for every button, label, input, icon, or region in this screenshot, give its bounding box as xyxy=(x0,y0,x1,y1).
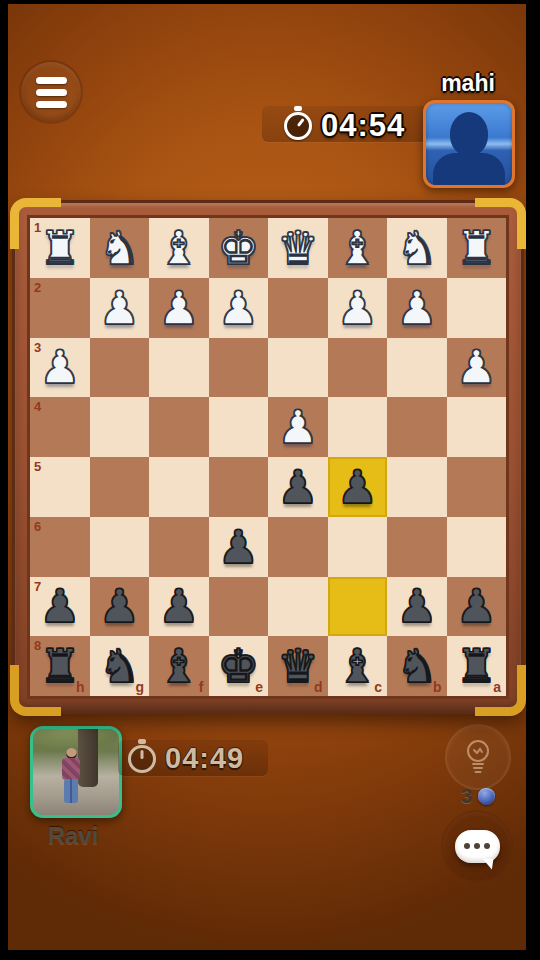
piece-g2-wp[interactable]: ♟ xyxy=(90,278,150,338)
square-a5[interactable] xyxy=(447,457,507,517)
chat-icon xyxy=(455,830,500,863)
square-e1[interactable]: ♚ xyxy=(209,218,269,278)
stopwatch-icon xyxy=(284,112,312,140)
square-a3[interactable]: ♟ xyxy=(447,338,507,398)
piece-a3-wp[interactable]: ♟ xyxy=(447,338,507,398)
piece-e2-wp[interactable]: ♟ xyxy=(209,278,269,338)
piece-d4-wp[interactable]: ♟ xyxy=(268,397,328,457)
piece-e1-wk[interactable]: ♚ xyxy=(209,218,269,278)
rank-label: 4 xyxy=(34,399,41,414)
chat-button[interactable] xyxy=(443,812,511,880)
square-e5[interactable] xyxy=(209,457,269,517)
square-g2[interactable]: ♟ xyxy=(90,278,150,338)
player-name: Ravi xyxy=(17,822,129,850)
piece-a7-bp[interactable]: ♟ xyxy=(447,577,507,637)
piece-c8-bb[interactable]: ♝ xyxy=(328,636,388,696)
square-b1[interactable]: ♞ xyxy=(387,218,447,278)
square-c3[interactable] xyxy=(328,338,388,398)
opponent-avatar[interactable] xyxy=(423,100,515,188)
square-d6[interactable] xyxy=(268,517,328,577)
square-d1[interactable]: ♛ xyxy=(268,218,328,278)
lightbulb-icon xyxy=(460,737,496,777)
rank-label: 6 xyxy=(34,519,41,534)
piece-d5-bp[interactable]: ♟ xyxy=(268,457,328,517)
square-c8[interactable]: c♝ xyxy=(328,636,388,696)
piece-c5-bp[interactable]: ♟ xyxy=(328,457,388,517)
hint-count: 3 xyxy=(461,784,473,808)
piece-f8-bb[interactable]: ♝ xyxy=(149,636,209,696)
square-h5[interactable]: 5 xyxy=(30,457,90,517)
square-d2[interactable] xyxy=(268,278,328,338)
square-b2[interactable]: ♟ xyxy=(387,278,447,338)
hint-counter: 3 xyxy=(447,784,509,808)
square-h4[interactable]: 4 xyxy=(30,397,90,457)
player-timer-value: 04:49 xyxy=(165,742,244,775)
piece-b2-wp[interactable]: ♟ xyxy=(387,278,447,338)
square-c6[interactable] xyxy=(328,517,388,577)
square-e7[interactable] xyxy=(209,577,269,637)
square-f3[interactable] xyxy=(149,338,209,398)
square-c1[interactable]: ♝ xyxy=(328,218,388,278)
opponent-name: mahi xyxy=(421,70,515,97)
piece-f1-wb[interactable]: ♝ xyxy=(149,218,209,278)
piece-d1-wq[interactable]: ♛ xyxy=(268,218,328,278)
hint-button[interactable] xyxy=(447,726,509,788)
piece-b1-wn[interactable]: ♞ xyxy=(387,218,447,278)
corner-accent xyxy=(475,665,526,716)
square-a7[interactable]: ♟ xyxy=(447,577,507,637)
square-b3[interactable] xyxy=(387,338,447,398)
player-timer: 04:49 xyxy=(128,742,244,775)
square-d8[interactable]: d♛ xyxy=(268,636,328,696)
piece-b8-bn[interactable]: ♞ xyxy=(387,636,447,696)
square-h2[interactable]: 2 xyxy=(30,278,90,338)
square-e3[interactable] xyxy=(209,338,269,398)
square-b5[interactable] xyxy=(387,457,447,517)
square-f6[interactable] xyxy=(149,517,209,577)
opponent-timer: 04:54 xyxy=(284,108,405,144)
square-a6[interactable] xyxy=(447,517,507,577)
square-g3[interactable] xyxy=(90,338,150,398)
square-g7[interactable]: ♟ xyxy=(90,577,150,637)
piece-d8-bq[interactable]: ♛ xyxy=(268,636,328,696)
square-c4[interactable] xyxy=(328,397,388,457)
hint-token-icon xyxy=(477,786,496,805)
corner-accent xyxy=(10,198,61,249)
square-e4[interactable] xyxy=(209,397,269,457)
square-g5[interactable] xyxy=(90,457,150,517)
square-h3[interactable]: 3♟ xyxy=(30,338,90,398)
board-squares: 1♜♞♝♚♛♝♞♜2♟♟♟♟♟3♟♟4♟5♟♟6♟7♟♟♟♟♟8h♜g♞f♝e♚… xyxy=(30,218,506,696)
square-e2[interactable]: ♟ xyxy=(209,278,269,338)
square-b7[interactable]: ♟ xyxy=(387,577,447,637)
piece-f7-bp[interactable]: ♟ xyxy=(149,577,209,637)
square-e8[interactable]: e♚ xyxy=(209,636,269,696)
piece-h7-bp[interactable]: ♟ xyxy=(30,577,90,637)
person-silhouette-icon xyxy=(426,103,512,185)
square-h6[interactable]: 6 xyxy=(30,517,90,577)
square-f5[interactable] xyxy=(149,457,209,517)
piece-g8-bn[interactable]: ♞ xyxy=(90,636,150,696)
piece-f2-wp[interactable]: ♟ xyxy=(149,278,209,338)
piece-b7-bp[interactable]: ♟ xyxy=(387,577,447,637)
rank-label: 5 xyxy=(34,459,41,474)
square-d4[interactable]: ♟ xyxy=(268,397,328,457)
corner-accent xyxy=(10,665,61,716)
player-avatar[interactable] xyxy=(30,726,122,818)
square-f8[interactable]: f♝ xyxy=(149,636,209,696)
square-g1[interactable]: ♞ xyxy=(90,218,150,278)
opponent-timer-value: 04:54 xyxy=(321,108,405,144)
square-f7[interactable]: ♟ xyxy=(149,577,209,637)
piece-e8-bk[interactable]: ♚ xyxy=(209,636,269,696)
rank-label: 2 xyxy=(34,280,41,295)
piece-h3-wp[interactable]: ♟ xyxy=(30,338,90,398)
square-f1[interactable]: ♝ xyxy=(149,218,209,278)
square-g8[interactable]: g♞ xyxy=(90,636,150,696)
piece-g7-bp[interactable]: ♟ xyxy=(90,577,150,637)
square-d5[interactable]: ♟ xyxy=(268,457,328,517)
piece-c1-wb[interactable]: ♝ xyxy=(328,218,388,278)
square-f4[interactable] xyxy=(149,397,209,457)
square-c2[interactable]: ♟ xyxy=(328,278,388,338)
square-b4[interactable] xyxy=(387,397,447,457)
piece-g1-wn[interactable]: ♞ xyxy=(90,218,150,278)
square-f2[interactable]: ♟ xyxy=(149,278,209,338)
square-c7[interactable] xyxy=(328,577,388,637)
square-b8[interactable]: b♞ xyxy=(387,636,447,696)
square-e6[interactable]: ♟ xyxy=(209,517,269,577)
menu-button[interactable] xyxy=(21,62,81,122)
piece-c2-wp[interactable]: ♟ xyxy=(328,278,388,338)
square-g6[interactable] xyxy=(90,517,150,577)
square-b6[interactable] xyxy=(387,517,447,577)
corner-accent xyxy=(475,198,526,249)
clock-icon xyxy=(128,745,156,773)
square-d3[interactable] xyxy=(268,338,328,398)
app-screen: 04:54 mahi 1♜♞♝♚♛♝♞♜2♟♟♟♟♟3♟♟4♟5♟♟6♟7♟♟♟… xyxy=(0,0,540,960)
square-a2[interactable] xyxy=(447,278,507,338)
square-a4[interactable] xyxy=(447,397,507,457)
square-c5[interactable]: ♟ xyxy=(328,457,388,517)
square-d7[interactable] xyxy=(268,577,328,637)
square-g4[interactable] xyxy=(90,397,150,457)
piece-e6-bp[interactable]: ♟ xyxy=(209,517,269,577)
avatar-photo-person xyxy=(59,748,83,804)
square-h7[interactable]: 7♟ xyxy=(30,577,90,637)
chess-board: 1♜♞♝♚♛♝♞♜2♟♟♟♟♟3♟♟4♟5♟♟6♟7♟♟♟♟♟8h♜g♞f♝e♚… xyxy=(12,200,524,714)
